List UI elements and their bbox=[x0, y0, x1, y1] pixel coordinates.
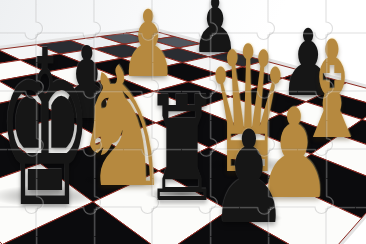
black-king[interactable]: ♚ bbox=[0, 22, 93, 237]
pieces-layer: ♚♟♞♟♜♟♛♟♟♟♝ bbox=[0, 0, 366, 244]
chess-photo-scene: ♚♟♞♟♜♟♛♟♟♟♝ bbox=[0, 0, 366, 244]
black-pawn-4[interactable]: ♟ bbox=[209, 114, 289, 242]
